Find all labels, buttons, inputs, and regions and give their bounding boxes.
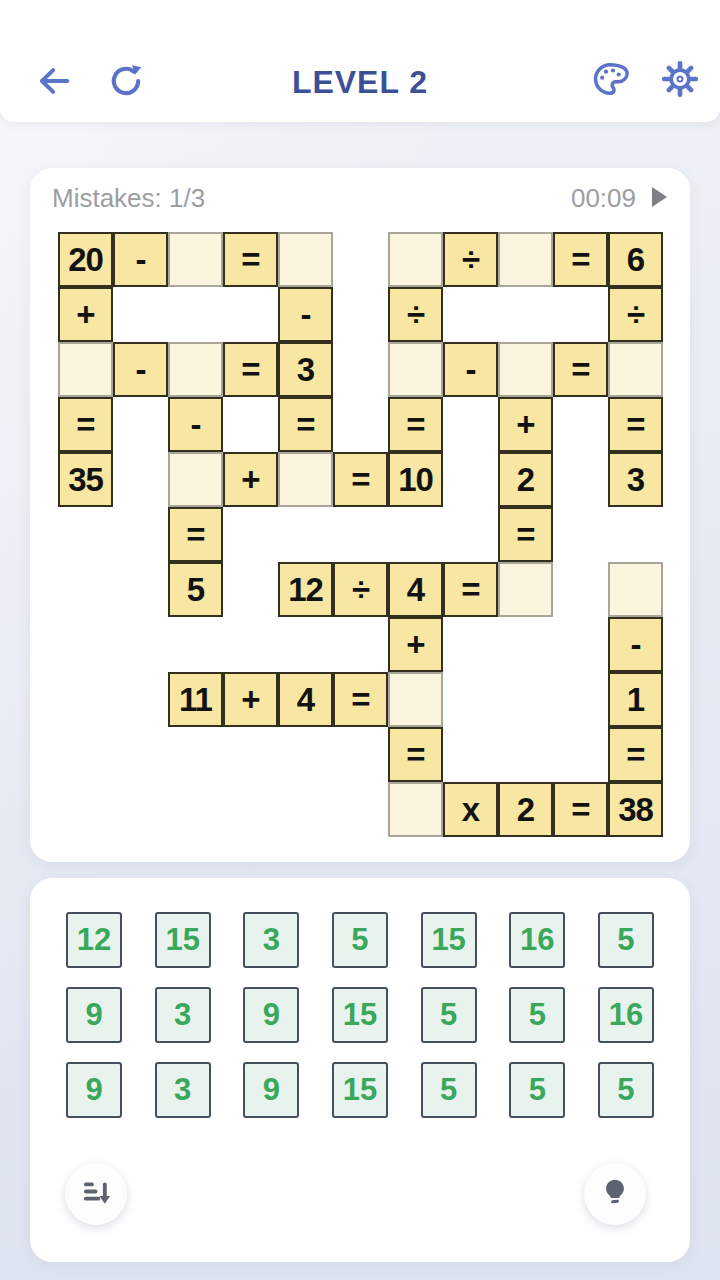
board-cell-number: 12 (278, 562, 333, 617)
tile-tray: 1215351516593915551693915555 (30, 912, 690, 1137)
board-cell-operator: + (223, 672, 278, 727)
board-cell-operator: = (498, 507, 553, 562)
board-cell-operator: = (388, 727, 443, 782)
gear-icon (660, 59, 700, 102)
number-tile[interactable]: 15 (155, 912, 211, 968)
board-cell-number: 5 (168, 562, 223, 617)
board-cell-empty[interactable] (278, 452, 333, 507)
board-cell-operator: = (553, 782, 608, 837)
theme-button[interactable] (588, 58, 632, 102)
number-tile[interactable]: 5 (332, 912, 388, 968)
number-tile[interactable]: 5 (509, 987, 565, 1043)
board-cell-operator: = (278, 397, 333, 452)
board-cell-operator: = (553, 232, 608, 287)
board-cell-number: 20 (58, 232, 113, 287)
board-cell-number: 6 (608, 232, 663, 287)
board-cell-operator: + (498, 397, 553, 452)
number-tile[interactable]: 3 (155, 987, 211, 1043)
board-cell-empty[interactable] (278, 232, 333, 287)
board-cell-operator: = (443, 562, 498, 617)
number-tile[interactable]: 15 (421, 912, 477, 968)
board-cell-operator: + (388, 617, 443, 672)
number-tile[interactable]: 16 (509, 912, 565, 968)
board-cell-operator: - (113, 232, 168, 287)
board-cell-number: 10 (388, 452, 443, 507)
tile-tray-card: 1215351516593915551693915555 (30, 878, 690, 1262)
restart-button[interactable] (104, 60, 148, 104)
board-cell-operator: = (223, 342, 278, 397)
board-cell-operator: - (443, 342, 498, 397)
number-tile[interactable]: 5 (421, 987, 477, 1043)
timer-group: 00:09 (571, 183, 670, 214)
board-cell-number: 2 (498, 452, 553, 507)
app-screen: LEVEL 2 (0, 0, 720, 1280)
mistakes-counter: Mistakes: 1/3 (52, 183, 205, 214)
board-cell-number: 4 (388, 562, 443, 617)
board-cell-operator: = (333, 672, 388, 727)
number-tile[interactable]: 5 (509, 1062, 565, 1118)
board-cell-operator: = (608, 727, 663, 782)
board-cell-empty[interactable] (388, 342, 443, 397)
status-row: Mistakes: 1/3 00:09 (52, 183, 670, 213)
board-cell-operator: - (113, 342, 168, 397)
tile-row: 939155516 (30, 987, 690, 1043)
board-cell-operator: - (278, 287, 333, 342)
palette-icon (590, 59, 630, 102)
board-cell-operator: - (168, 397, 223, 452)
board-cell-operator: ÷ (333, 562, 388, 617)
lightbulb-icon (598, 1176, 632, 1213)
board-cell-operator: = (58, 397, 113, 452)
board-cell-operator: - (608, 617, 663, 672)
sort-icon (79, 1176, 113, 1213)
board-cell-empty[interactable] (388, 672, 443, 727)
puzzle-board-card: Mistakes: 1/3 00:09 20-=÷=6+-÷÷-=3-==-==… (30, 168, 690, 862)
board-cell-operator: = (223, 232, 278, 287)
board-cell-operator: = (333, 452, 388, 507)
number-tile[interactable]: 5 (598, 1062, 654, 1118)
number-tile[interactable]: 12 (66, 912, 122, 968)
board-cell-number: 35 (58, 452, 113, 507)
board-cell-operator: + (223, 452, 278, 507)
restart-icon (106, 61, 146, 104)
puzzle-grid: 20-=÷=6+-÷÷-=3-==-==+=35+=1023==512÷4=+-… (58, 232, 663, 837)
number-tile[interactable]: 9 (66, 1062, 122, 1118)
board-cell-empty[interactable] (168, 232, 223, 287)
board-cell-operator: = (168, 507, 223, 562)
number-tile[interactable]: 9 (243, 987, 299, 1043)
number-tile[interactable]: 15 (332, 987, 388, 1043)
play-pause-button[interactable] (648, 186, 670, 210)
board-cell-operator: ÷ (388, 287, 443, 342)
back-icon (34, 61, 74, 104)
hint-button[interactable] (584, 1163, 646, 1225)
number-tile[interactable]: 5 (598, 912, 654, 968)
board-cell-number: 1 (608, 672, 663, 727)
board-cell-empty[interactable] (498, 232, 553, 287)
play-icon (649, 186, 669, 211)
board-cell-empty[interactable] (168, 452, 223, 507)
board-cell-empty[interactable] (388, 782, 443, 837)
board-cell-number: 2 (498, 782, 553, 837)
top-bar: LEVEL 2 (0, 0, 720, 122)
number-tile[interactable]: 9 (66, 987, 122, 1043)
board-cell-operator: + (58, 287, 113, 342)
board-cell-empty[interactable] (168, 342, 223, 397)
number-tile[interactable]: 15 (332, 1062, 388, 1118)
board-cell-operator: = (608, 397, 663, 452)
board-cell-number: 3 (608, 452, 663, 507)
board-cell-empty[interactable] (58, 342, 113, 397)
number-tile[interactable]: 5 (421, 1062, 477, 1118)
board-cell-operator: = (388, 397, 443, 452)
timer-value: 00:09 (571, 183, 636, 214)
page-title: LEVEL 2 (292, 64, 428, 101)
number-tile[interactable]: 9 (243, 1062, 299, 1118)
tile-row: 93915555 (30, 1062, 690, 1118)
board-cell-number: 38 (608, 782, 663, 837)
board-cell-number: 4 (278, 672, 333, 727)
sort-tiles-button[interactable] (65, 1163, 127, 1225)
number-tile[interactable]: 16 (598, 987, 654, 1043)
board-cell-number: 3 (278, 342, 333, 397)
board-cell-empty[interactable] (608, 562, 663, 617)
board-cell-operator: = (553, 342, 608, 397)
settings-button[interactable] (658, 58, 702, 102)
back-button[interactable] (32, 60, 76, 104)
board-cell-empty[interactable] (608, 342, 663, 397)
board-cell-empty[interactable] (498, 342, 553, 397)
board-cell-number: 11 (168, 672, 223, 727)
number-tile[interactable]: 3 (243, 912, 299, 968)
board-cell-empty[interactable] (388, 232, 443, 287)
tile-row: 12153515165 (30, 912, 690, 968)
board-cell-empty[interactable] (498, 562, 553, 617)
board-cell-operator: x (443, 782, 498, 837)
board-cell-operator: ÷ (443, 232, 498, 287)
number-tile[interactable]: 3 (155, 1062, 211, 1118)
board-cell-operator: ÷ (608, 287, 663, 342)
